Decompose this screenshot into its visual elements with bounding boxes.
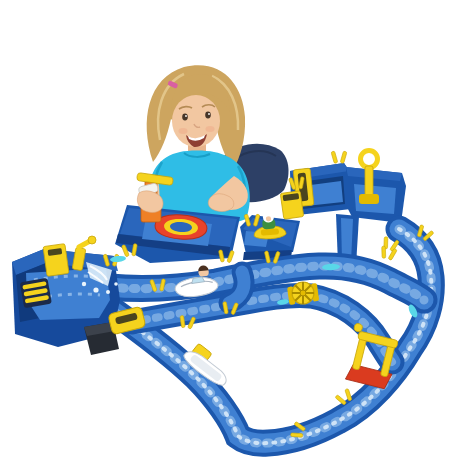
pump-base: [359, 194, 379, 204]
crank-knob: [88, 236, 96, 244]
child-eye-left: [182, 114, 188, 121]
basin-slatted-gate: [20, 278, 52, 308]
cheek-blush: [179, 128, 188, 134]
product-photo-water-playset: [0, 0, 458, 458]
basin-lock-gate: [43, 244, 69, 277]
cheek-blush: [206, 126, 215, 132]
boat-slot: [261, 228, 279, 235]
child-eye-right: [205, 112, 211, 119]
